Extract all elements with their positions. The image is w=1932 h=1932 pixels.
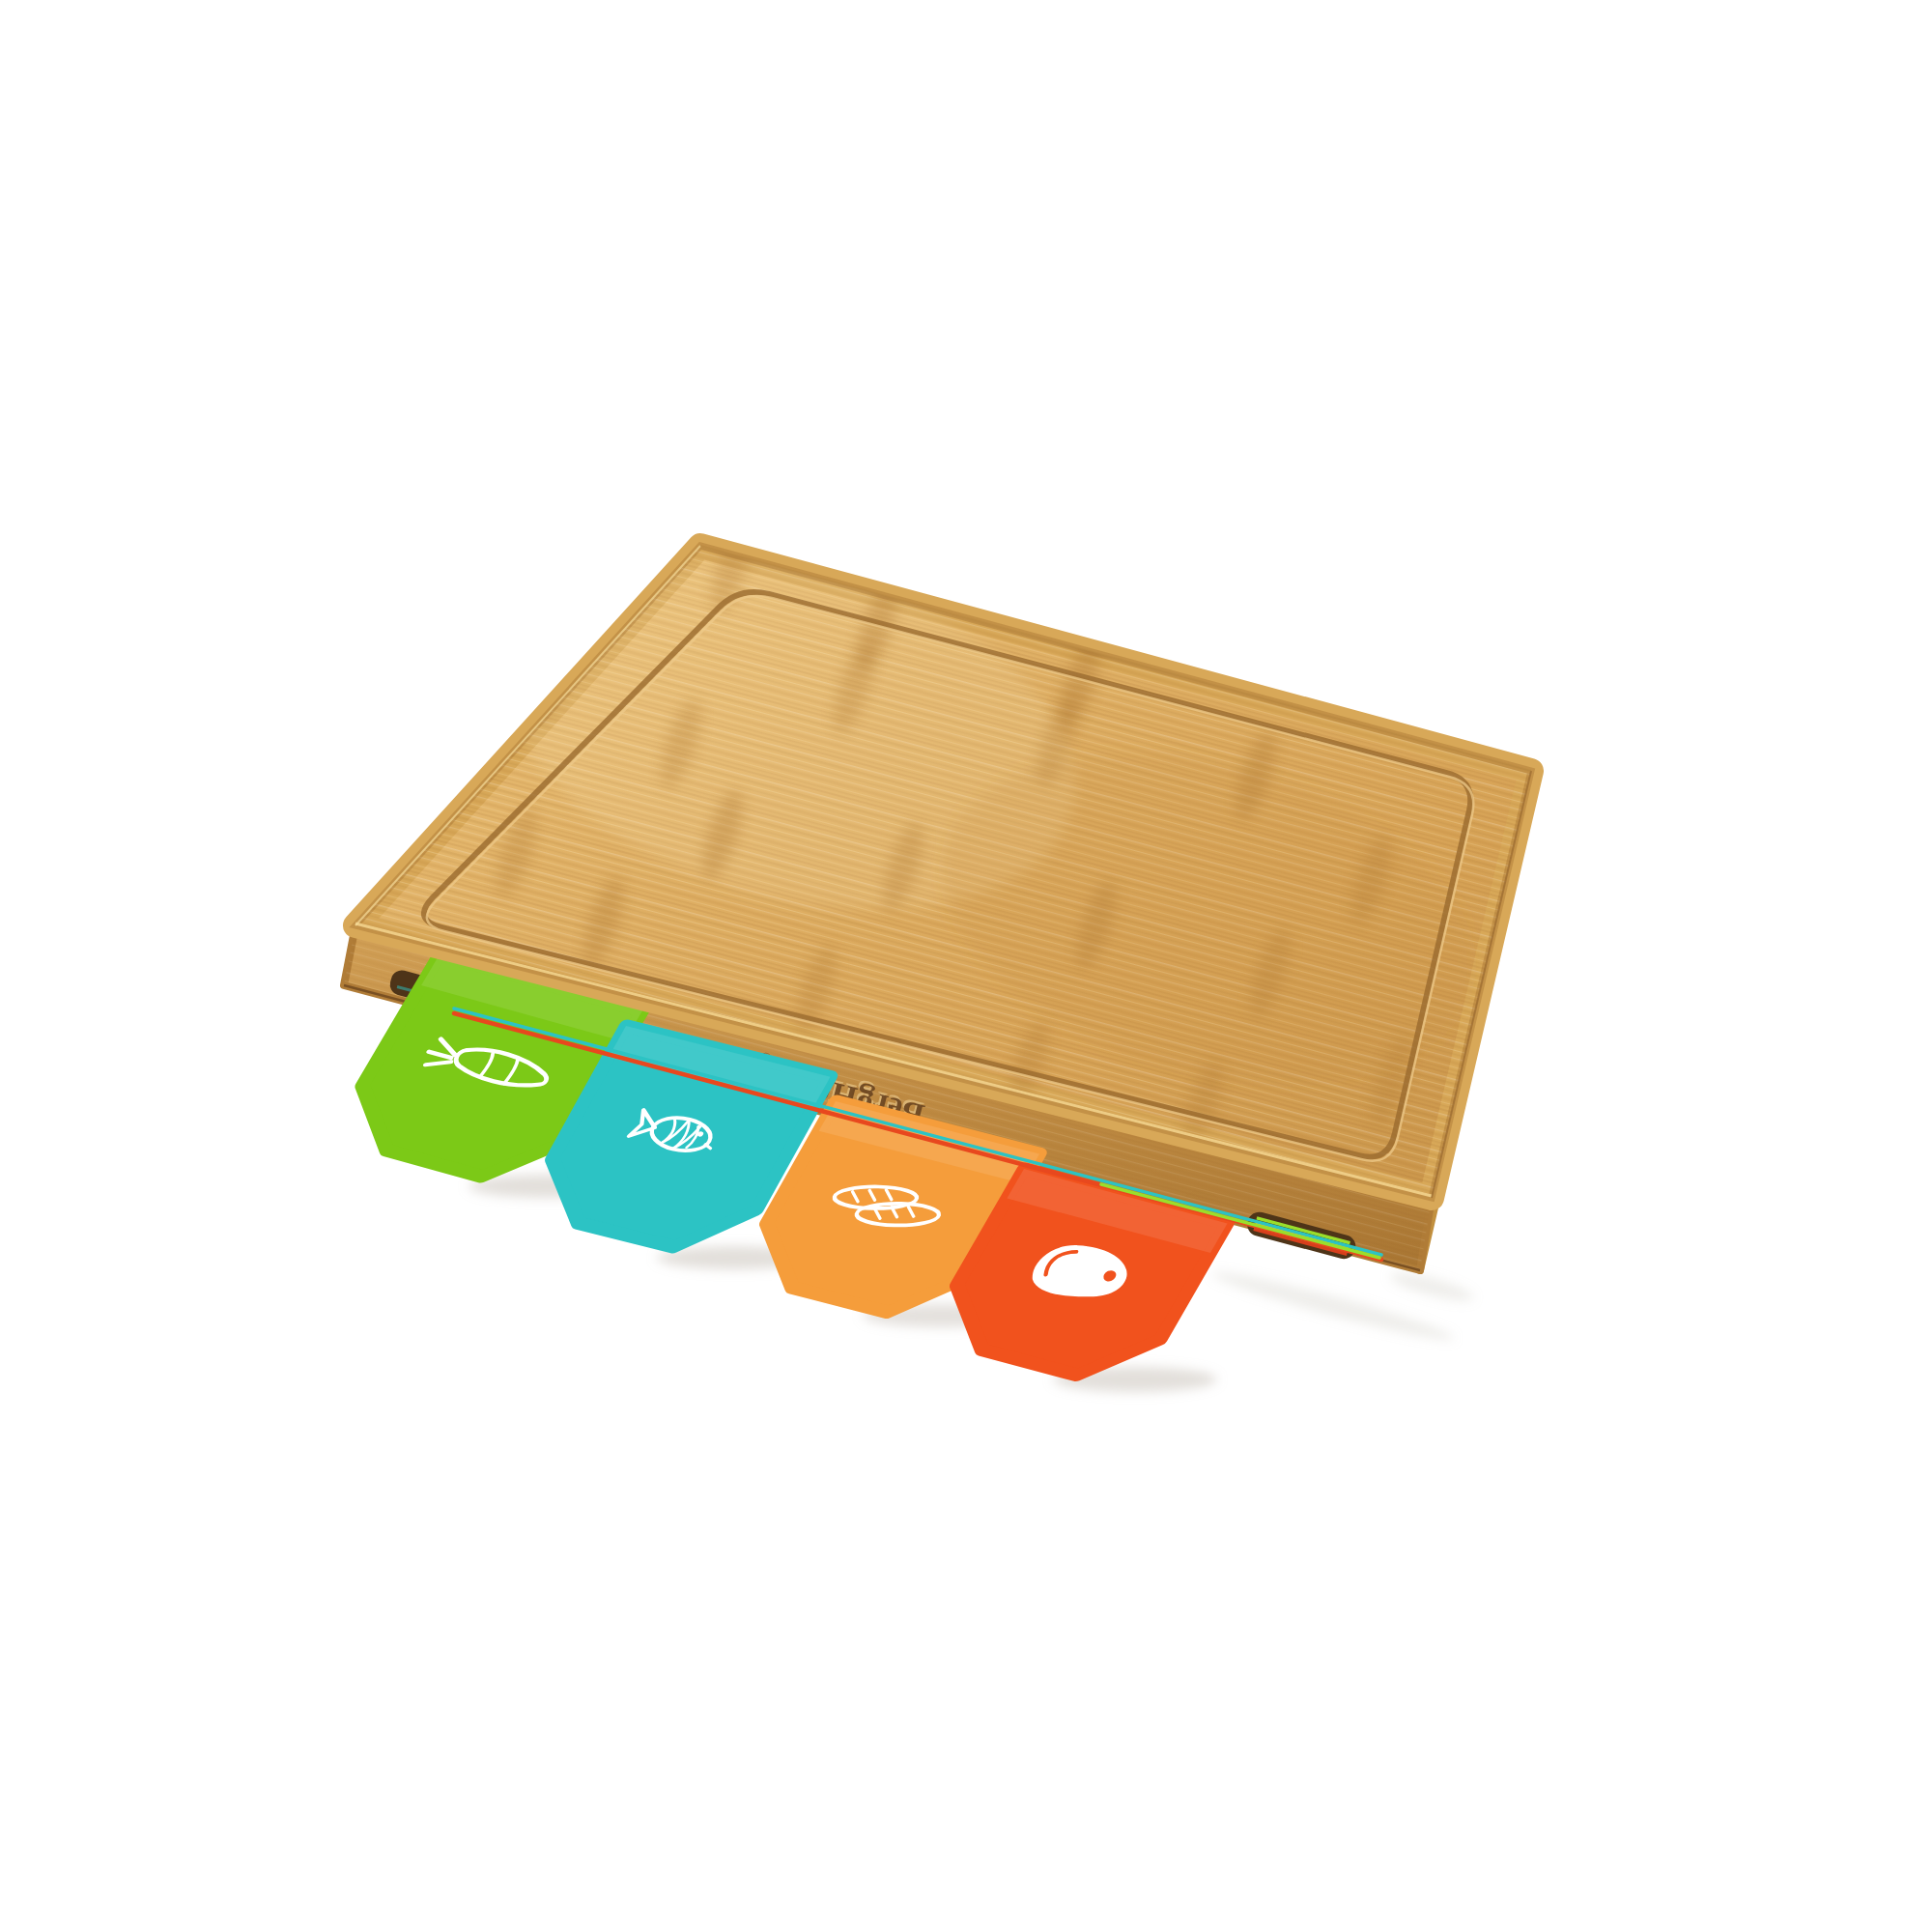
cutting-board-photo: BergHOFF BergHOFF ® <box>0 0 1932 1932</box>
